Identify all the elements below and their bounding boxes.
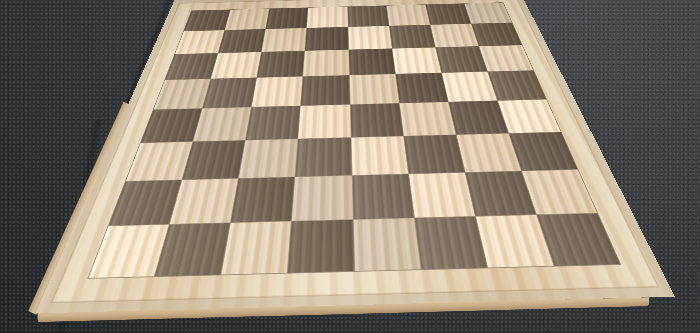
square-h3 [509,132,577,170]
square-f2 [409,173,475,218]
square-c2 [231,177,295,222]
square-a5 [154,79,211,109]
square-e3 [351,136,408,175]
square-f1 [415,217,487,270]
square-e1 [353,218,420,271]
square-d1 [288,220,354,273]
square-g7 [430,24,478,47]
square-a7 [175,30,224,54]
square-e2 [352,174,413,219]
square-c5 [252,77,303,107]
chessboard [0,0,700,333]
square-b5 [203,78,257,108]
square-e7 [348,26,391,50]
square-b2 [170,179,238,224]
square-b4 [193,107,251,141]
square-h4 [498,99,561,133]
square-b6 [211,52,261,79]
square-a8 [184,10,230,31]
square-h7 [471,23,521,46]
square-b3 [183,140,246,179]
square-h5 [488,71,546,100]
square-f8 [387,5,430,26]
desk-mat [0,0,700,333]
square-a4 [141,108,202,142]
square-c6 [257,51,304,77]
square-d3 [296,138,352,177]
square-c1 [222,221,292,274]
square-d7 [305,27,348,51]
square-e8 [348,6,389,27]
square-b7 [218,29,265,53]
square-f5 [396,73,448,103]
square-e5 [349,74,398,104]
square-f4 [399,102,455,136]
square-f3 [404,135,465,174]
square-g8 [426,4,471,25]
square-f6 [392,48,441,74]
square-h8 [464,3,511,24]
square-d5 [301,76,349,106]
square-f7 [389,25,435,48]
square-d6 [303,50,348,76]
square-c7 [262,28,307,52]
board-squares [88,3,619,278]
square-d8 [307,7,347,28]
square-d4 [299,105,351,139]
square-h6 [479,45,533,71]
square-e4 [350,103,403,137]
square-b8 [225,9,269,30]
square-a6 [165,53,218,80]
square-d2 [292,176,352,221]
square-c8 [266,8,308,29]
square-g6 [436,46,487,72]
board-frame [35,0,675,313]
square-c4 [246,106,300,140]
square-e6 [349,49,395,75]
square-c3 [239,139,298,178]
